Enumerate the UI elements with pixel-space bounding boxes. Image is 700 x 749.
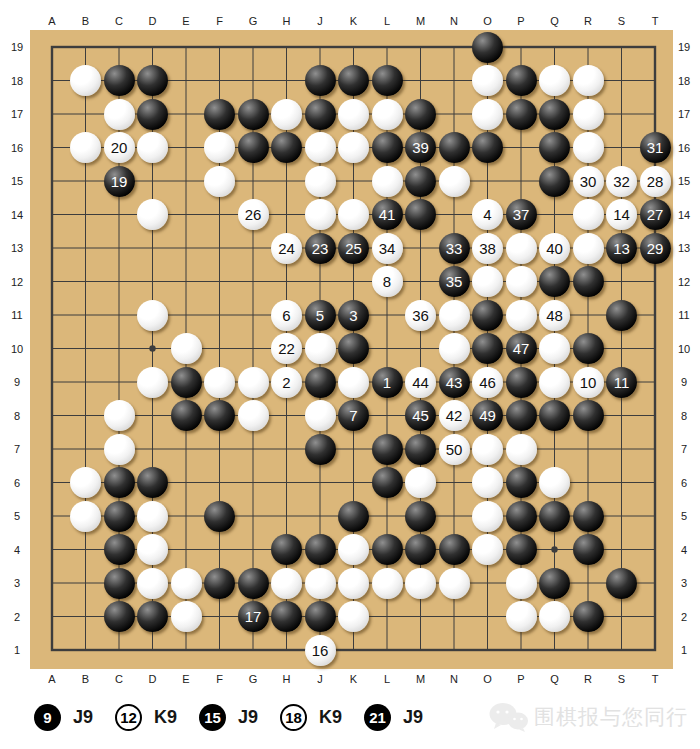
move-number: 43 (446, 375, 463, 390)
black-stone-S3 (606, 568, 637, 599)
white-stone-P3 (506, 568, 537, 599)
black-stone-E9 (171, 367, 202, 398)
white-stone-R16 (573, 132, 604, 163)
col-label-bottom-E: E (182, 673, 189, 685)
move-number: 16 (312, 643, 329, 658)
white-stone-L15 (372, 166, 403, 197)
black-stone-R12 (573, 266, 604, 297)
col-label-top-K: K (350, 15, 357, 27)
white-stone-J8 (305, 400, 336, 431)
col-label-bottom-C: C (115, 673, 123, 685)
row-label-left-5: 5 (14, 510, 20, 522)
white-stone-Q11: 48 (539, 300, 570, 331)
white-stone-Q6 (539, 467, 570, 498)
black-stone-O16 (472, 132, 503, 163)
row-label-left-6: 6 (14, 477, 20, 489)
row-label-left-7: 7 (14, 443, 20, 455)
move-number: 38 (479, 241, 496, 256)
col-label-bottom-B: B (82, 673, 89, 685)
white-stone-R9: 10 (573, 367, 604, 398)
col-label-top-N: N (450, 15, 458, 27)
black-stone-O8: 49 (472, 400, 503, 431)
row-label-right-4: 4 (681, 544, 687, 556)
move-number: 26 (245, 207, 262, 222)
white-stone-G14: 26 (238, 199, 269, 230)
white-stone-F9 (204, 367, 235, 398)
black-caption-stone: 15 (199, 704, 226, 731)
move-number: 33 (446, 241, 463, 256)
col-label-top-A: A (48, 15, 55, 27)
move-number: 11 (614, 375, 630, 390)
white-stone-K4 (338, 534, 369, 565)
white-stone-Q9 (539, 367, 570, 398)
white-stone-L17 (372, 99, 403, 130)
white-stone-O14: 4 (472, 199, 503, 230)
col-label-top-S: S (618, 15, 625, 27)
col-label-top-J: J (317, 15, 323, 27)
move-number: 34 (379, 241, 396, 256)
col-label-top-C: C (115, 15, 123, 27)
white-stone-T15: 28 (640, 166, 671, 197)
move-number: 4 (483, 207, 491, 222)
black-stone-C2 (104, 601, 135, 632)
row-label-right-18: 18 (678, 75, 690, 87)
white-stone-H10: 22 (271, 333, 302, 364)
black-stone-Q5 (539, 501, 570, 532)
black-stone-T16: 31 (640, 132, 671, 163)
black-stone-K18 (338, 65, 369, 96)
move-number: 10 (580, 375, 597, 390)
go-diagram-page: AABBCCDDEEFFGGHHJJKKLLMMNNOOPPQQRRSSTT19… (0, 0, 700, 749)
white-stone-H17 (271, 99, 302, 130)
black-stone-J13: 23 (305, 233, 336, 264)
watermark: 围棋报与您同行 (487, 701, 688, 733)
move-number: 45 (412, 408, 429, 423)
black-stone-N13: 33 (439, 233, 470, 264)
white-stone-Q10 (539, 333, 570, 364)
row-label-right-1: 1 (681, 644, 687, 656)
caption-move-9: 9J9 (34, 704, 93, 731)
caption-coordinate: J9 (403, 707, 423, 728)
col-label-bottom-T: T (652, 673, 659, 685)
row-label-left-3: 3 (14, 577, 20, 589)
move-number: 7 (349, 408, 357, 423)
col-label-top-Q: Q (550, 15, 559, 27)
white-stone-N10 (439, 333, 470, 364)
move-number: 39 (412, 140, 429, 155)
black-stone-J2 (305, 601, 336, 632)
white-stone-R13 (573, 233, 604, 264)
white-stone-K14 (338, 199, 369, 230)
white-stone-P7 (506, 434, 537, 465)
white-stone-R18 (573, 65, 604, 96)
black-stone-S11 (606, 300, 637, 331)
col-label-top-O: O (483, 15, 492, 27)
black-stone-E8 (171, 400, 202, 431)
col-label-top-D: D (149, 15, 157, 27)
move-number: 48 (546, 308, 563, 323)
row-label-right-11: 11 (678, 309, 689, 321)
white-stone-D5 (137, 501, 168, 532)
white-stone-K9 (338, 367, 369, 398)
move-number: 32 (613, 174, 630, 189)
black-stone-K10 (338, 333, 369, 364)
caption-coordinate: K9 (319, 707, 342, 728)
white-stone-H3 (271, 568, 302, 599)
move-number: 14 (613, 207, 630, 222)
white-stone-O13: 38 (472, 233, 503, 264)
black-stone-F3 (204, 568, 235, 599)
move-number: 5 (316, 308, 324, 323)
caption-coordinate: J9 (73, 707, 93, 728)
row-label-right-5: 5 (681, 510, 687, 522)
move-number: 3 (349, 308, 357, 323)
white-stone-M3 (405, 568, 436, 599)
move-number: 27 (647, 207, 664, 222)
black-stone-N4 (439, 534, 470, 565)
move-number: 30 (580, 174, 597, 189)
white-stone-B5 (70, 501, 101, 532)
black-stone-J18 (305, 65, 336, 96)
black-stone-F5 (204, 501, 235, 532)
caption-coordinate: J9 (238, 707, 258, 728)
row-label-left-13: 13 (11, 242, 23, 254)
row-label-left-17: 17 (11, 108, 23, 120)
move-number: 36 (412, 308, 429, 323)
black-stone-K13: 25 (338, 233, 369, 264)
white-stone-D16 (137, 132, 168, 163)
white-stone-Q13: 40 (539, 233, 570, 264)
white-stone-O9: 46 (472, 367, 503, 398)
white-stone-P13 (506, 233, 537, 264)
row-label-right-2: 2 (681, 611, 687, 623)
white-stone-L12: 8 (372, 266, 403, 297)
move-number: 47 (513, 341, 530, 356)
black-stone-L16 (372, 132, 403, 163)
white-caption-stone: 18 (280, 704, 307, 731)
row-label-right-8: 8 (681, 410, 687, 422)
white-stone-D11 (137, 300, 168, 331)
caption-move-12: 12K9 (115, 704, 177, 731)
black-stone-K11: 3 (338, 300, 369, 331)
caption-move-21: 21J9 (364, 704, 423, 731)
row-label-left-18: 18 (11, 75, 23, 87)
black-stone-S9: 11 (606, 367, 637, 398)
row-label-left-11: 11 (11, 309, 22, 321)
black-stone-T13: 29 (640, 233, 671, 264)
row-label-left-1: 1 (14, 644, 20, 656)
col-label-bottom-R: R (584, 673, 592, 685)
move-number: 8 (383, 274, 391, 289)
black-stone-P9 (506, 367, 537, 398)
black-stone-O10 (472, 333, 503, 364)
row-label-right-15: 15 (678, 175, 690, 187)
black-stone-N16 (439, 132, 470, 163)
white-stone-G9 (238, 367, 269, 398)
black-stone-H4 (271, 534, 302, 565)
black-stone-J4 (305, 534, 336, 565)
row-label-left-4: 4 (14, 544, 20, 556)
col-label-top-P: P (517, 15, 524, 27)
white-stone-S15: 32 (606, 166, 637, 197)
black-stone-T14: 27 (640, 199, 671, 230)
black-stone-O11 (472, 300, 503, 331)
black-stone-R10 (573, 333, 604, 364)
caption-coordinate: K9 (154, 707, 177, 728)
white-stone-C7 (104, 434, 135, 465)
black-stone-M5 (405, 501, 436, 532)
black-stone-L9: 1 (372, 367, 403, 398)
move-number: 6 (282, 308, 290, 323)
black-stone-C18 (104, 65, 135, 96)
black-stone-K5 (338, 501, 369, 532)
white-stone-D14 (137, 199, 168, 230)
black-stone-Q8 (539, 400, 570, 431)
white-stone-E10 (171, 333, 202, 364)
white-stone-O4 (472, 534, 503, 565)
black-stone-K8: 7 (338, 400, 369, 431)
black-stone-J11: 5 (305, 300, 336, 331)
white-stone-L13: 34 (372, 233, 403, 264)
col-label-bottom-N: N (450, 673, 458, 685)
col-label-bottom-M: M (416, 673, 425, 685)
black-stone-M16: 39 (405, 132, 436, 163)
row-label-right-9: 9 (681, 376, 687, 388)
col-label-bottom-L: L (384, 673, 390, 685)
move-number: 19 (111, 174, 128, 189)
white-stone-J16 (305, 132, 336, 163)
white-stone-J15 (305, 166, 336, 197)
white-stone-M9: 44 (405, 367, 436, 398)
move-number: 50 (446, 442, 463, 457)
row-label-right-10: 10 (678, 343, 690, 355)
black-stone-G3 (238, 568, 269, 599)
col-label-bottom-Q: Q (550, 673, 559, 685)
black-caption-stone: 21 (364, 704, 391, 731)
black-stone-L7 (372, 434, 403, 465)
white-stone-K17 (338, 99, 369, 130)
col-label-bottom-G: G (249, 673, 258, 685)
move-number: 28 (647, 174, 664, 189)
move-number: 13 (613, 241, 630, 256)
black-stone-Q12 (539, 266, 570, 297)
move-number: 29 (647, 241, 664, 256)
white-stone-K16 (338, 132, 369, 163)
white-stone-O6 (472, 467, 503, 498)
move-number: 35 (446, 274, 463, 289)
black-stone-M8: 45 (405, 400, 436, 431)
move-number: 17 (245, 609, 262, 624)
black-stone-R4 (573, 534, 604, 565)
white-stone-H11: 6 (271, 300, 302, 331)
black-stone-P10: 47 (506, 333, 537, 364)
row-label-right-16: 16 (678, 142, 690, 154)
black-stone-S13: 13 (606, 233, 637, 264)
black-stone-P8 (506, 400, 537, 431)
row-label-left-10: 10 (11, 343, 23, 355)
white-stone-J3 (305, 568, 336, 599)
move-number: 42 (446, 408, 463, 423)
white-stone-H13: 24 (271, 233, 302, 264)
col-label-bottom-D: D (149, 673, 157, 685)
col-label-top-M: M (416, 15, 425, 27)
black-stone-Q15 (539, 166, 570, 197)
white-stone-C16: 20 (104, 132, 135, 163)
black-stone-R2 (573, 601, 604, 632)
black-stone-Q17 (539, 99, 570, 130)
white-stone-N11 (439, 300, 470, 331)
white-stone-R14 (573, 199, 604, 230)
col-label-bottom-S: S (618, 673, 625, 685)
white-stone-B16 (70, 132, 101, 163)
move-number: 46 (479, 375, 496, 390)
black-stone-C15: 19 (104, 166, 135, 197)
black-stone-J7 (305, 434, 336, 465)
row-label-left-8: 8 (14, 410, 20, 422)
stones-grid: 2039311930322826414371427242325343338401… (35, 30, 672, 667)
black-stone-G17 (238, 99, 269, 130)
white-stone-R17 (573, 99, 604, 130)
black-stone-D17 (137, 99, 168, 130)
row-label-right-13: 13 (678, 242, 690, 254)
move-number: 22 (278, 341, 295, 356)
row-label-left-9: 9 (14, 376, 20, 388)
black-stone-C4 (104, 534, 135, 565)
row-label-left-12: 12 (11, 276, 23, 288)
move-number: 1 (383, 375, 391, 390)
white-stone-E3 (171, 568, 202, 599)
black-stone-L6 (372, 467, 403, 498)
white-stone-C17 (104, 99, 135, 130)
black-stone-F17 (204, 99, 235, 130)
col-label-bottom-A: A (48, 673, 55, 685)
black-stone-H16 (271, 132, 302, 163)
row-label-right-14: 14 (678, 209, 690, 221)
black-stone-M15 (405, 166, 436, 197)
white-caption-stone: 12 (115, 704, 142, 731)
move-number: 49 (479, 408, 496, 423)
caption-move-18: 18K9 (280, 704, 342, 731)
black-stone-D6 (137, 467, 168, 498)
black-stone-P14: 37 (506, 199, 537, 230)
move-number: 23 (312, 241, 329, 256)
col-label-top-H: H (283, 15, 291, 27)
white-stone-R15: 30 (573, 166, 604, 197)
white-stone-P2 (506, 601, 537, 632)
col-label-top-E: E (182, 15, 189, 27)
move-number: 40 (546, 241, 563, 256)
row-label-left-2: 2 (14, 611, 20, 623)
col-label-bottom-H: H (283, 673, 291, 685)
col-label-top-B: B (82, 15, 89, 27)
white-stone-N8: 42 (439, 400, 470, 431)
white-stone-P11 (506, 300, 537, 331)
col-label-bottom-O: O (483, 673, 492, 685)
black-stone-N9: 43 (439, 367, 470, 398)
black-stone-J17 (305, 99, 336, 130)
white-stone-J10 (305, 333, 336, 364)
black-stone-G2: 17 (238, 601, 269, 632)
black-stone-P6 (506, 467, 537, 498)
black-stone-F8 (204, 400, 235, 431)
black-stone-M7 (405, 434, 436, 465)
white-stone-J1: 16 (305, 635, 336, 666)
black-stone-P4 (506, 534, 537, 565)
move-number: 37 (513, 207, 530, 222)
black-stone-R8 (573, 400, 604, 431)
row-label-right-7: 7 (681, 443, 687, 455)
black-stone-N12: 35 (439, 266, 470, 297)
row-label-right-3: 3 (681, 577, 687, 589)
black-caption-stone: 9 (34, 704, 61, 731)
col-label-bottom-P: P (517, 673, 524, 685)
move-number: 20 (111, 140, 128, 155)
row-label-left-14: 14 (11, 209, 23, 221)
white-stone-F16 (204, 132, 235, 163)
col-label-bottom-J: J (317, 673, 323, 685)
black-stone-G16 (238, 132, 269, 163)
black-stone-O19 (472, 32, 503, 63)
white-stone-O17 (472, 99, 503, 130)
white-stone-M11: 36 (405, 300, 436, 331)
black-stone-D2 (137, 601, 168, 632)
white-stone-S14: 14 (606, 199, 637, 230)
white-stone-J14 (305, 199, 336, 230)
col-label-top-L: L (384, 15, 390, 27)
col-label-top-G: G (249, 15, 258, 27)
row-label-left-15: 15 (11, 175, 23, 187)
row-label-right-19: 19 (678, 41, 690, 53)
move-number: 24 (278, 241, 295, 256)
col-label-bottom-F: F (216, 673, 223, 685)
caption-move-15: 15J9 (199, 704, 258, 731)
col-label-top-R: R (584, 15, 592, 27)
black-stone-C6 (104, 467, 135, 498)
black-stone-P18 (506, 65, 537, 96)
white-stone-E2 (171, 601, 202, 632)
white-stone-Q2 (539, 601, 570, 632)
black-stone-L18 (372, 65, 403, 96)
move-number: 2 (282, 375, 290, 390)
white-stone-K3 (338, 568, 369, 599)
move-number: 25 (345, 241, 362, 256)
white-stone-Q18 (539, 65, 570, 96)
black-stone-D18 (137, 65, 168, 96)
white-stone-D3 (137, 568, 168, 599)
white-stone-G8 (238, 400, 269, 431)
col-label-top-F: F (216, 15, 223, 27)
white-stone-K2 (338, 601, 369, 632)
black-stone-R5 (573, 501, 604, 532)
white-stone-B18 (70, 65, 101, 96)
move-number: 44 (412, 375, 429, 390)
black-stone-Q16 (539, 132, 570, 163)
white-stone-C8 (104, 400, 135, 431)
white-stone-N3 (439, 568, 470, 599)
move-number: 41 (379, 207, 396, 222)
row-label-left-19: 19 (11, 41, 23, 53)
black-stone-M17 (405, 99, 436, 130)
black-stone-C3 (104, 568, 135, 599)
white-stone-B6 (70, 467, 101, 498)
black-stone-M14 (405, 199, 436, 230)
white-stone-N15 (439, 166, 470, 197)
white-stone-O18 (472, 65, 503, 96)
row-label-right-6: 6 (681, 477, 687, 489)
row-label-left-16: 16 (11, 142, 23, 154)
wechat-icon (487, 701, 529, 733)
move-number: 31 (647, 140, 664, 155)
